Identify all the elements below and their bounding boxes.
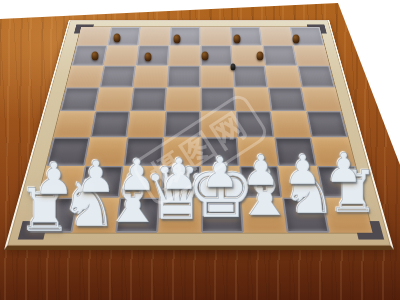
board-square: [138, 27, 170, 46]
board-square: [200, 27, 231, 46]
board-square: [90, 111, 130, 137]
board-square: [239, 166, 282, 198]
board-square: [231, 45, 265, 65]
board-square: [238, 137, 279, 166]
board-square: [201, 87, 236, 111]
board-square: [311, 137, 355, 166]
board-square: [260, 27, 293, 46]
board-square: [162, 137, 201, 166]
board-square: [297, 66, 335, 88]
board-square: [168, 45, 200, 65]
board-square: [167, 66, 201, 88]
board-square: [165, 87, 200, 111]
board-square: [290, 27, 325, 46]
board-square: [201, 111, 238, 137]
board-square: [79, 166, 124, 198]
board-square: [234, 87, 271, 111]
board-square: [120, 166, 163, 198]
board-square: [72, 198, 119, 233]
board-square: [306, 111, 348, 137]
board-square: [71, 45, 107, 65]
board-square: [169, 27, 200, 46]
board-square: [200, 66, 234, 88]
board-square: [104, 45, 139, 65]
chess-board-plane: [4, 20, 394, 250]
board-square: [136, 45, 169, 65]
board-square: [265, 66, 302, 88]
board-square: [301, 87, 341, 111]
board-square: [107, 27, 140, 46]
board-square: [100, 66, 136, 88]
board-square: [317, 166, 364, 198]
board-square: [274, 137, 316, 166]
board-square: [233, 66, 268, 88]
board-square: [158, 198, 201, 233]
board-square: [268, 87, 306, 111]
board-square: [278, 166, 323, 198]
board-square: [201, 137, 240, 166]
board-square: [160, 166, 201, 198]
board-square: [38, 166, 85, 198]
board-square: [201, 166, 242, 198]
board-square: [85, 137, 127, 166]
board-square: [60, 87, 100, 111]
board-square: [127, 111, 165, 137]
board-square: [29, 198, 79, 233]
board-square: [200, 45, 232, 65]
board-square: [236, 111, 275, 137]
board-square: [323, 198, 373, 233]
board-square: [262, 45, 297, 65]
board-square: [66, 66, 104, 88]
board-grid: [29, 27, 372, 233]
board-square: [271, 111, 311, 137]
board-square: [76, 27, 110, 46]
board-square: [293, 45, 329, 65]
board-square: [133, 66, 168, 88]
board-square: [123, 137, 163, 166]
board-square: [164, 111, 201, 137]
board-square: [130, 87, 167, 111]
board-square: [95, 87, 133, 111]
board-square: [230, 27, 262, 46]
board-square: [53, 111, 95, 137]
board-square: [282, 198, 329, 233]
board-square: [46, 137, 90, 166]
board-square: [201, 198, 244, 233]
board-square: [242, 198, 287, 233]
board-square: [115, 198, 160, 233]
